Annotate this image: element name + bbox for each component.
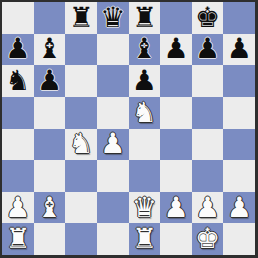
square-b7[interactable]: ♝: [34, 34, 66, 66]
piece-black-pawn[interactable]: ♟: [227, 35, 252, 63]
chess-board-frame: ♜♛♜♚♟♝♝♟♟♟♞♟♟♞♞♟♟♝♛♟♟♟♜♜♚: [0, 0, 258, 258]
square-c4[interactable]: ♞: [65, 129, 97, 161]
square-d1[interactable]: [97, 223, 129, 255]
square-e8[interactable]: ♜: [129, 2, 161, 34]
square-c7[interactable]: [65, 34, 97, 66]
square-a1[interactable]: ♜: [2, 223, 34, 255]
piece-black-rook[interactable]: ♜: [132, 4, 157, 32]
piece-white-knight[interactable]: ♞: [132, 99, 157, 127]
square-a7[interactable]: ♟: [2, 34, 34, 66]
square-a6[interactable]: ♞: [2, 65, 34, 97]
square-h4[interactable]: [223, 129, 255, 161]
square-e7[interactable]: ♝: [129, 34, 161, 66]
square-d3[interactable]: [97, 160, 129, 192]
square-c1[interactable]: [65, 223, 97, 255]
square-d8[interactable]: ♛: [97, 2, 129, 34]
square-f2[interactable]: ♟: [160, 192, 192, 224]
square-b4[interactable]: [34, 129, 66, 161]
square-e6[interactable]: ♟: [129, 65, 161, 97]
piece-black-rook[interactable]: ♜: [69, 4, 94, 32]
square-f7[interactable]: ♟: [160, 34, 192, 66]
square-c6[interactable]: [65, 65, 97, 97]
piece-black-bishop[interactable]: ♝: [132, 35, 157, 63]
square-h1[interactable]: [223, 223, 255, 255]
piece-white-pawn[interactable]: ♟: [163, 194, 188, 222]
square-b3[interactable]: [34, 160, 66, 192]
square-a4[interactable]: [2, 129, 34, 161]
piece-white-king[interactable]: ♚: [195, 225, 220, 253]
piece-black-king[interactable]: ♚: [195, 4, 220, 32]
square-c8[interactable]: ♜: [65, 2, 97, 34]
square-a2[interactable]: ♟: [2, 192, 34, 224]
square-h8[interactable]: [223, 2, 255, 34]
square-g6[interactable]: [192, 65, 224, 97]
chess-board: ♜♛♜♚♟♝♝♟♟♟♞♟♟♞♞♟♟♝♛♟♟♟♜♜♚: [2, 2, 255, 255]
piece-black-pawn[interactable]: ♟: [5, 35, 30, 63]
square-f8[interactable]: [160, 2, 192, 34]
square-b6[interactable]: ♟: [34, 65, 66, 97]
piece-white-bishop[interactable]: ♝: [37, 194, 62, 222]
square-f6[interactable]: [160, 65, 192, 97]
square-e3[interactable]: [129, 160, 161, 192]
square-f5[interactable]: [160, 97, 192, 129]
square-g7[interactable]: ♟: [192, 34, 224, 66]
square-d2[interactable]: [97, 192, 129, 224]
piece-black-pawn[interactable]: ♟: [195, 35, 220, 63]
square-g8[interactable]: ♚: [192, 2, 224, 34]
square-a5[interactable]: [2, 97, 34, 129]
square-c3[interactable]: [65, 160, 97, 192]
square-e5[interactable]: ♞: [129, 97, 161, 129]
square-h3[interactable]: [223, 160, 255, 192]
square-e2[interactable]: ♛: [129, 192, 161, 224]
square-h5[interactable]: [223, 97, 255, 129]
piece-black-queen[interactable]: ♛: [100, 4, 125, 32]
piece-white-pawn[interactable]: ♟: [100, 130, 125, 158]
piece-white-rook[interactable]: ♜: [132, 225, 157, 253]
square-g3[interactable]: [192, 160, 224, 192]
square-h6[interactable]: [223, 65, 255, 97]
square-h2[interactable]: ♟: [223, 192, 255, 224]
square-d4[interactable]: ♟: [97, 129, 129, 161]
square-d7[interactable]: [97, 34, 129, 66]
piece-black-pawn[interactable]: ♟: [37, 67, 62, 95]
piece-black-pawn[interactable]: ♟: [132, 67, 157, 95]
square-g2[interactable]: ♟: [192, 192, 224, 224]
square-g1[interactable]: ♚: [192, 223, 224, 255]
piece-white-pawn[interactable]: ♟: [5, 194, 30, 222]
square-g4[interactable]: [192, 129, 224, 161]
piece-white-pawn[interactable]: ♟: [227, 194, 252, 222]
square-b1[interactable]: [34, 223, 66, 255]
piece-white-pawn[interactable]: ♟: [195, 194, 220, 222]
square-a3[interactable]: [2, 160, 34, 192]
square-h7[interactable]: ♟: [223, 34, 255, 66]
square-b5[interactable]: [34, 97, 66, 129]
square-f3[interactable]: [160, 160, 192, 192]
piece-black-pawn[interactable]: ♟: [163, 35, 188, 63]
square-c5[interactable]: [65, 97, 97, 129]
square-f4[interactable]: [160, 129, 192, 161]
square-b8[interactable]: [34, 2, 66, 34]
square-d6[interactable]: [97, 65, 129, 97]
piece-white-knight[interactable]: ♞: [69, 130, 94, 158]
square-d5[interactable]: [97, 97, 129, 129]
square-g5[interactable]: [192, 97, 224, 129]
square-a8[interactable]: [2, 2, 34, 34]
piece-black-bishop[interactable]: ♝: [37, 35, 62, 63]
square-e1[interactable]: ♜: [129, 223, 161, 255]
square-f1[interactable]: [160, 223, 192, 255]
piece-white-queen[interactable]: ♛: [132, 194, 157, 222]
piece-white-rook[interactable]: ♜: [5, 225, 30, 253]
square-c2[interactable]: [65, 192, 97, 224]
piece-black-knight[interactable]: ♞: [5, 67, 30, 95]
square-b2[interactable]: ♝: [34, 192, 66, 224]
square-e4[interactable]: [129, 129, 161, 161]
